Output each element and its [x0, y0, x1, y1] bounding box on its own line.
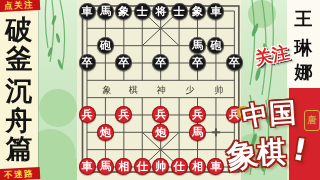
black-soldier[interactable]: 卒 [79, 54, 96, 71]
title-char: 舟 [2, 107, 36, 136]
black-cannon[interactable]: 砲 [97, 37, 114, 54]
black-horse[interactable]: 馬 [97, 3, 114, 20]
black-chariot[interactable]: 車 [79, 3, 96, 20]
red-cannon[interactable]: 炮 [97, 124, 114, 141]
red-chariot[interactable]: 車 [79, 158, 96, 175]
title-char: 破 [2, 16, 36, 45]
black-general[interactable]: 将 [152, 3, 169, 20]
title-char: 沉 [2, 77, 36, 106]
video-thumbnail: 象棋神少帅 車馬象士将士象車砲馬砲卒卒卒卒卒兵兵兵兵兵炮炮馬車馬相仕帅仕相車 破… [0, 0, 320, 180]
xiangqi-board [77, 0, 241, 180]
red-cannon[interactable]: 炮 [152, 124, 169, 141]
overlay-char: 象 [224, 133, 261, 179]
red-advisor[interactable]: 仕 [171, 158, 188, 175]
red-horse[interactable]: 馬 [189, 124, 206, 141]
channel-name-char: 王 [287, 7, 320, 31]
channel-name-char: 娜 [287, 60, 320, 84]
red-soldier[interactable]: 兵 [79, 106, 96, 123]
overlay-char: 国 [268, 94, 297, 132]
follow-badge-bottom[interactable]: 不迷路 [0, 167, 40, 180]
title-char: 釜 [2, 45, 36, 74]
black-elephant[interactable]: 象 [189, 3, 206, 20]
overlay-char: 棋 [256, 132, 287, 173]
black-advisor[interactable]: 士 [134, 3, 151, 20]
left-title-panel: 破 釜 沉 舟 篇 点关注 不迷路 [0, 0, 38, 180]
black-advisor[interactable]: 士 [171, 3, 188, 20]
follow-badge-top[interactable]: 点关注 [0, 0, 40, 12]
black-elephant[interactable]: 象 [115, 3, 132, 20]
title-char: 篇 [2, 135, 36, 164]
seal-stamp: 唐 [304, 110, 320, 131]
black-chariot[interactable]: 車 [207, 3, 224, 20]
